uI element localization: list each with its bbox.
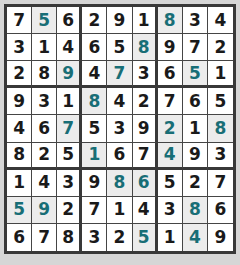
- sudoku-cell-r9c6[interactable]: 5: [133, 224, 158, 251]
- sudoku-cell-r9c8[interactable]: 4: [183, 224, 208, 251]
- sudoku-cell-r8c9[interactable]: 6: [208, 197, 233, 224]
- sudoku-cell-r1c9[interactable]: 4: [208, 7, 233, 34]
- sudoku-cell-r1c1[interactable]: 7: [7, 7, 32, 34]
- sudoku-cell-r8c2[interactable]: 9: [32, 197, 57, 224]
- sudoku-cell-r5c1[interactable]: 4: [7, 115, 32, 142]
- sudoku-cell-r4c6[interactable]: 2: [133, 88, 158, 115]
- sudoku-cell-r8c3[interactable]: 2: [57, 197, 82, 224]
- sudoku-cell-r2c9[interactable]: 2: [208, 34, 233, 61]
- sudoku-cell-r4c2[interactable]: 3: [32, 88, 57, 115]
- sudoku-cell-r6c4[interactable]: 1: [82, 143, 107, 170]
- sudoku-cell-r7c4[interactable]: 9: [82, 170, 107, 197]
- sudoku-cell-r4c7[interactable]: 7: [158, 88, 183, 115]
- sudoku-cell-r9c2[interactable]: 7: [32, 224, 57, 251]
- sudoku-cell-r4c1[interactable]: 9: [7, 88, 32, 115]
- sudoku-cell-r2c5[interactable]: 5: [107, 34, 132, 61]
- sudoku-cell-r1c2[interactable]: 5: [32, 7, 57, 34]
- sudoku-cell-r2c1[interactable]: 3: [7, 34, 32, 61]
- sudoku-cell-r6c3[interactable]: 5: [57, 143, 82, 170]
- sudoku-cell-r5c2[interactable]: 6: [32, 115, 57, 142]
- sudoku-cell-r8c8[interactable]: 8: [183, 197, 208, 224]
- sudoku-cell-r8c6[interactable]: 4: [133, 197, 158, 224]
- sudoku-cell-r5c5[interactable]: 3: [107, 115, 132, 142]
- sudoku-cell-r5c7[interactable]: 2: [158, 115, 183, 142]
- sudoku-cell-r1c3[interactable]: 6: [57, 7, 82, 34]
- sudoku-cell-r3c9[interactable]: 1: [208, 61, 233, 88]
- sudoku-cell-r8c5[interactable]: 1: [107, 197, 132, 224]
- sudoku-cell-r5c3[interactable]: 7: [57, 115, 82, 142]
- sudoku-cell-r7c7[interactable]: 5: [158, 170, 183, 197]
- sudoku-cell-r6c5[interactable]: 6: [107, 143, 132, 170]
- sudoku-cell-r4c4[interactable]: 8: [82, 88, 107, 115]
- sudoku-cell-r6c6[interactable]: 7: [133, 143, 158, 170]
- sudoku-cell-r2c7[interactable]: 9: [158, 34, 183, 61]
- sudoku-cell-r2c4[interactable]: 6: [82, 34, 107, 61]
- sudoku-cell-r2c6[interactable]: 8: [133, 34, 158, 61]
- sudoku-cell-r6c1[interactable]: 8: [7, 143, 32, 170]
- sudoku-cell-r2c8[interactable]: 7: [183, 34, 208, 61]
- sudoku-cell-r3c6[interactable]: 3: [133, 61, 158, 88]
- sudoku-cell-r5c6[interactable]: 9: [133, 115, 158, 142]
- sudoku-cell-r8c7[interactable]: 3: [158, 197, 183, 224]
- sudoku-cell-r1c4[interactable]: 2: [82, 7, 107, 34]
- sudoku-cell-r6c9[interactable]: 3: [208, 143, 233, 170]
- sudoku-cell-r1c5[interactable]: 9: [107, 7, 132, 34]
- sudoku-cell-r3c2[interactable]: 8: [32, 61, 57, 88]
- sudoku-cell-r3c5[interactable]: 7: [107, 61, 132, 88]
- sudoku-cell-r4c9[interactable]: 5: [208, 88, 233, 115]
- sudoku-cell-r7c8[interactable]: 2: [183, 170, 208, 197]
- sudoku-cell-r6c2[interactable]: 2: [32, 143, 57, 170]
- sudoku-cell-r3c3[interactable]: 9: [57, 61, 82, 88]
- sudoku-cell-r5c9[interactable]: 8: [208, 115, 233, 142]
- sudoku-cell-r9c5[interactable]: 2: [107, 224, 132, 251]
- sudoku-cell-r7c6[interactable]: 6: [133, 170, 158, 197]
- sudoku-cell-r1c7[interactable]: 8: [158, 7, 183, 34]
- sudoku-cell-r7c3[interactable]: 3: [57, 170, 82, 197]
- sudoku-cell-r5c8[interactable]: 1: [183, 115, 208, 142]
- sudoku-cell-r3c7[interactable]: 6: [158, 61, 183, 88]
- sudoku-cell-r6c7[interactable]: 4: [158, 143, 183, 170]
- sudoku-cell-r2c2[interactable]: 1: [32, 34, 57, 61]
- sudoku-cell-r9c3[interactable]: 8: [57, 224, 82, 251]
- sudoku-board: 7562918343146589722894736519318427654675…: [4, 4, 236, 254]
- sudoku-cell-r8c4[interactable]: 7: [82, 197, 107, 224]
- sudoku-cell-r4c5[interactable]: 4: [107, 88, 132, 115]
- sudoku-cell-r3c8[interactable]: 5: [183, 61, 208, 88]
- sudoku-cell-r9c7[interactable]: 1: [158, 224, 183, 251]
- sudoku-cell-r6c8[interactable]: 9: [183, 143, 208, 170]
- sudoku-cell-r4c8[interactable]: 6: [183, 88, 208, 115]
- sudoku-cell-r7c9[interactable]: 7: [208, 170, 233, 197]
- page: { "game": "sudoku", "position": "7562918…: [0, 0, 240, 265]
- sudoku-cell-r5c4[interactable]: 5: [82, 115, 107, 142]
- sudoku-cell-r2c3[interactable]: 4: [57, 34, 82, 61]
- sudoku-cell-r9c9[interactable]: 9: [208, 224, 233, 251]
- sudoku-cell-r1c8[interactable]: 3: [183, 7, 208, 34]
- sudoku-cell-r9c1[interactable]: 6: [7, 224, 32, 251]
- sudoku-cell-r1c6[interactable]: 1: [133, 7, 158, 34]
- sudoku-cell-r9c4[interactable]: 3: [82, 224, 107, 251]
- sudoku-cell-r8c1[interactable]: 5: [7, 197, 32, 224]
- sudoku-cell-r4c3[interactable]: 1: [57, 88, 82, 115]
- sudoku-cell-r7c5[interactable]: 8: [107, 170, 132, 197]
- sudoku-cell-r7c1[interactable]: 1: [7, 170, 32, 197]
- sudoku-cell-r3c1[interactable]: 2: [7, 61, 32, 88]
- sudoku-cell-r3c4[interactable]: 4: [82, 61, 107, 88]
- sudoku-cell-r7c2[interactable]: 4: [32, 170, 57, 197]
